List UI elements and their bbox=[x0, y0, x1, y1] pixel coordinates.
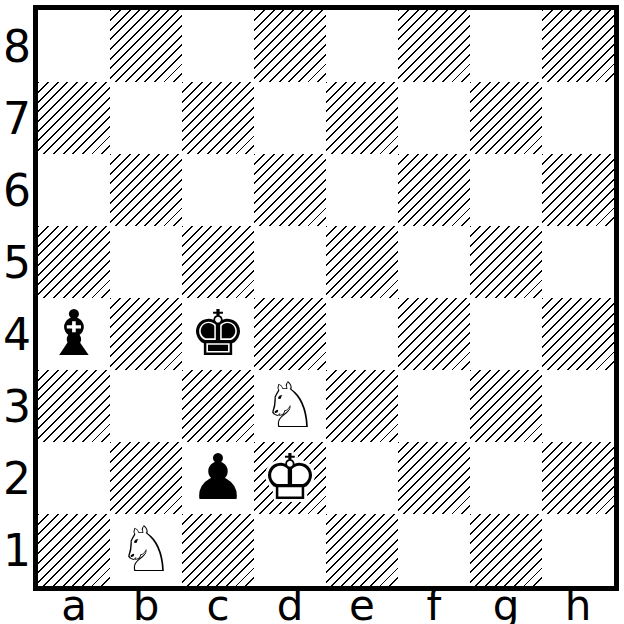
piece-black-bishop[interactable]: ♝♝ bbox=[38, 298, 110, 370]
square-g7[interactable] bbox=[470, 82, 542, 154]
file-label-f: f bbox=[398, 588, 470, 624]
piece-black-pawn[interactable]: ♟♟ bbox=[182, 442, 254, 514]
square-g6[interactable] bbox=[470, 154, 542, 226]
square-b4[interactable] bbox=[110, 298, 182, 370]
piece-white-knight[interactable]: ♞♘ bbox=[254, 370, 326, 442]
file-label-g: g bbox=[470, 588, 542, 624]
file-labels: abcdefgh bbox=[38, 588, 614, 624]
square-h6[interactable] bbox=[542, 154, 614, 226]
square-b2[interactable] bbox=[110, 442, 182, 514]
square-f7[interactable] bbox=[398, 82, 470, 154]
white-knight-glyph: ♘ bbox=[254, 370, 326, 442]
square-f5[interactable] bbox=[398, 226, 470, 298]
square-a5[interactable] bbox=[38, 226, 110, 298]
file-label-e: e bbox=[326, 588, 398, 624]
square-b6[interactable] bbox=[110, 154, 182, 226]
square-f8[interactable] bbox=[398, 10, 470, 82]
square-e3[interactable] bbox=[326, 370, 398, 442]
square-a3[interactable] bbox=[38, 370, 110, 442]
piece-white-knight[interactable]: ♞♘ bbox=[110, 514, 182, 586]
square-f4[interactable] bbox=[398, 298, 470, 370]
square-a7[interactable] bbox=[38, 82, 110, 154]
square-g4[interactable] bbox=[470, 298, 542, 370]
black-king-glyph: ♚ bbox=[182, 298, 254, 370]
square-h4[interactable] bbox=[542, 298, 614, 370]
black-pawn-glyph: ♟ bbox=[182, 442, 254, 514]
file-label-b: b bbox=[110, 588, 182, 624]
square-d4[interactable] bbox=[254, 298, 326, 370]
board: ♝♝♚♚♞♘♟♟♚♔♞♘ bbox=[38, 10, 614, 586]
square-c7[interactable] bbox=[182, 82, 254, 154]
square-d6[interactable] bbox=[254, 154, 326, 226]
square-c2[interactable]: ♟♟ bbox=[182, 442, 254, 514]
square-h2[interactable] bbox=[542, 442, 614, 514]
square-a8[interactable] bbox=[38, 10, 110, 82]
rank-label-1: 1 bbox=[0, 514, 34, 586]
square-h7[interactable] bbox=[542, 82, 614, 154]
chess-diagram: 87654321 ♝♝♚♚♞♘♟♟♚♔♞♘ abcdefgh bbox=[0, 0, 624, 624]
rank-label-3: 3 bbox=[0, 370, 34, 442]
piece-white-king[interactable]: ♚♔ bbox=[254, 442, 326, 514]
square-g5[interactable] bbox=[470, 226, 542, 298]
square-c3[interactable] bbox=[182, 370, 254, 442]
square-a4[interactable]: ♝♝ bbox=[38, 298, 110, 370]
square-e7[interactable] bbox=[326, 82, 398, 154]
square-g3[interactable] bbox=[470, 370, 542, 442]
square-b3[interactable] bbox=[110, 370, 182, 442]
square-d3[interactable]: ♞♘ bbox=[254, 370, 326, 442]
black-bishop-glyph: ♝ bbox=[38, 298, 110, 370]
square-d1[interactable] bbox=[254, 514, 326, 586]
piece-black-king[interactable]: ♚♚ bbox=[182, 298, 254, 370]
square-f6[interactable] bbox=[398, 154, 470, 226]
square-h1[interactable] bbox=[542, 514, 614, 586]
square-g2[interactable] bbox=[470, 442, 542, 514]
rank-label-4: 4 bbox=[0, 298, 34, 370]
square-h3[interactable] bbox=[542, 370, 614, 442]
rank-labels: 87654321 bbox=[0, 10, 34, 586]
white-knight-glyph: ♘ bbox=[110, 514, 182, 586]
rank-label-7: 7 bbox=[0, 82, 34, 154]
square-a2[interactable] bbox=[38, 442, 110, 514]
square-g1[interactable] bbox=[470, 514, 542, 586]
file-label-a: a bbox=[38, 588, 110, 624]
square-d7[interactable] bbox=[254, 82, 326, 154]
square-c8[interactable] bbox=[182, 10, 254, 82]
square-b8[interactable] bbox=[110, 10, 182, 82]
square-e2[interactable] bbox=[326, 442, 398, 514]
square-a6[interactable] bbox=[38, 154, 110, 226]
rank-label-2: 2 bbox=[0, 442, 34, 514]
square-h8[interactable] bbox=[542, 10, 614, 82]
square-c6[interactable] bbox=[182, 154, 254, 226]
square-f3[interactable] bbox=[398, 370, 470, 442]
square-a1[interactable] bbox=[38, 514, 110, 586]
square-e8[interactable] bbox=[326, 10, 398, 82]
square-g8[interactable] bbox=[470, 10, 542, 82]
rank-label-5: 5 bbox=[0, 226, 34, 298]
rank-label-8: 8 bbox=[0, 10, 34, 82]
file-label-c: c bbox=[182, 588, 254, 624]
square-f2[interactable] bbox=[398, 442, 470, 514]
board-frame: ♝♝♚♚♞♘♟♟♚♔♞♘ bbox=[33, 5, 619, 591]
file-label-d: d bbox=[254, 588, 326, 624]
square-h5[interactable] bbox=[542, 226, 614, 298]
square-e1[interactable] bbox=[326, 514, 398, 586]
square-e6[interactable] bbox=[326, 154, 398, 226]
square-d2[interactable]: ♚♔ bbox=[254, 442, 326, 514]
square-c4[interactable]: ♚♚ bbox=[182, 298, 254, 370]
square-f1[interactable] bbox=[398, 514, 470, 586]
square-e5[interactable] bbox=[326, 226, 398, 298]
square-d5[interactable] bbox=[254, 226, 326, 298]
file-label-h: h bbox=[542, 588, 614, 624]
square-e4[interactable] bbox=[326, 298, 398, 370]
square-b7[interactable] bbox=[110, 82, 182, 154]
rank-label-6: 6 bbox=[0, 154, 34, 226]
square-d8[interactable] bbox=[254, 10, 326, 82]
white-king-glyph: ♔ bbox=[254, 442, 326, 514]
square-b1[interactable]: ♞♘ bbox=[110, 514, 182, 586]
square-c5[interactable] bbox=[182, 226, 254, 298]
square-c1[interactable] bbox=[182, 514, 254, 586]
square-b5[interactable] bbox=[110, 226, 182, 298]
